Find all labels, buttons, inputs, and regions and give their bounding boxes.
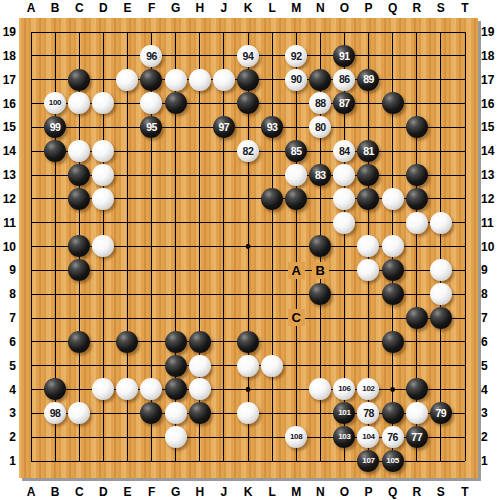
black-stone-N10 <box>309 235 331 257</box>
intersection-M17: 90 <box>284 68 308 92</box>
white-stone-R11 <box>406 212 428 234</box>
white-stone-F16 <box>140 92 162 114</box>
col-label-top-E: E <box>123 1 131 15</box>
intersection-P12 <box>356 187 380 211</box>
black-stone-Q6 <box>382 331 404 353</box>
black-stone-P14: 81 <box>357 140 379 162</box>
intersection-D4 <box>91 378 115 402</box>
move-number-92: 92 <box>291 51 302 62</box>
col-label-top-Q: Q <box>388 1 397 15</box>
intersection-F4 <box>139 378 163 402</box>
move-number-102: 102 <box>362 385 374 393</box>
intersection-O16: 87 <box>332 92 356 116</box>
intersection-M14: 85 <box>284 139 308 163</box>
intersection-S11 <box>429 211 453 235</box>
intersection-L5 <box>260 354 284 378</box>
intersection-O13 <box>332 163 356 187</box>
intersection-P14: 81 <box>356 139 380 163</box>
col-label-bottom-P: P <box>365 485 373 499</box>
intersection-S7 <box>429 306 453 330</box>
black-stone-R13 <box>406 164 428 186</box>
row-label-right-16: 16 <box>481 97 500 111</box>
col-label-top-D: D <box>99 1 108 15</box>
row-label-left-3: 3 <box>0 406 16 420</box>
white-stone-H5 <box>189 355 211 377</box>
white-stone-M2: 108 <box>285 426 307 448</box>
black-stone-K6 <box>237 331 259 353</box>
black-stone-Q16 <box>382 92 404 114</box>
move-number-93: 93 <box>267 122 278 133</box>
black-stone-C17 <box>68 69 90 91</box>
black-stone-M12 <box>285 188 307 210</box>
white-stone-G3 <box>165 402 187 424</box>
row-label-right-18: 18 <box>481 49 500 63</box>
intersection-N10 <box>308 235 332 259</box>
row-label-right-10: 10 <box>481 240 500 254</box>
intersection-F16 <box>139 92 163 116</box>
move-number-88: 88 <box>315 98 326 109</box>
intersection-O17: 86 <box>332 68 356 92</box>
move-number-91: 91 <box>339 51 350 62</box>
intersection-B16: 100 <box>43 92 67 116</box>
row-label-left-8: 8 <box>0 287 16 301</box>
intersection-S9 <box>429 258 453 282</box>
intersection-P17: 89 <box>356 68 380 92</box>
intersection-Q10 <box>381 235 405 259</box>
intersection-D12 <box>91 187 115 211</box>
col-label-bottom-R: R <box>412 485 421 499</box>
white-stone-F4 <box>140 378 162 400</box>
black-stone-F15: 95 <box>140 116 162 138</box>
row-label-left-16: 16 <box>0 97 16 111</box>
intersection-N13: 83 <box>308 163 332 187</box>
col-label-bottom-O: O <box>340 485 349 499</box>
intersection-F17 <box>139 68 163 92</box>
move-number-80: 80 <box>315 122 326 133</box>
row-label-left-9: 9 <box>0 263 16 277</box>
intersection-P4: 102 <box>356 378 380 402</box>
move-number-101: 101 <box>338 409 350 417</box>
board-letter-B: B <box>312 262 329 279</box>
black-stone-F17 <box>140 69 162 91</box>
white-stone-K5 <box>237 355 259 377</box>
intersection-M18: 92 <box>284 44 308 68</box>
intersection-R7 <box>405 306 429 330</box>
intersection-R4 <box>405 378 429 402</box>
row-label-right-4: 4 <box>481 383 500 397</box>
intersection-R11 <box>405 211 429 235</box>
row-label-left-13: 13 <box>0 168 16 182</box>
col-label-bottom-K: K <box>244 485 253 499</box>
intersection-H6 <box>188 330 212 354</box>
white-stone-K14: 82 <box>237 140 259 162</box>
black-stone-G16 <box>165 92 187 114</box>
white-stone-D16 <box>92 92 114 114</box>
intersection-P10 <box>356 235 380 259</box>
black-stone-K16 <box>237 92 259 114</box>
black-stone-R4 <box>406 378 428 400</box>
row-label-left-12: 12 <box>0 192 16 206</box>
intersection-N15: 80 <box>308 115 332 139</box>
move-number-82: 82 <box>243 146 254 157</box>
intersection-M12 <box>284 187 308 211</box>
col-label-bottom-T: T <box>461 485 468 499</box>
white-stone-L5 <box>261 355 283 377</box>
intersection-P13 <box>356 163 380 187</box>
black-stone-N17 <box>309 69 331 91</box>
move-number-77: 77 <box>411 432 422 443</box>
col-label-top-P: P <box>365 1 373 15</box>
row-label-right-9: 9 <box>481 263 500 277</box>
intersection-D14 <box>91 139 115 163</box>
black-stone-Q3 <box>382 402 404 424</box>
intersection-K6 <box>236 330 260 354</box>
col-label-bottom-E: E <box>123 485 131 499</box>
white-stone-D13 <box>92 164 114 186</box>
move-number-84: 84 <box>339 146 350 157</box>
row-label-right-7: 7 <box>481 311 500 325</box>
intersection-O14: 84 <box>332 139 356 163</box>
intersection-O11 <box>332 211 356 235</box>
white-stone-S9 <box>430 259 452 281</box>
intersection-Q9 <box>381 258 405 282</box>
intersection-K5 <box>236 354 260 378</box>
intersection-E6 <box>115 330 139 354</box>
black-stone-G4 <box>165 378 187 400</box>
move-number-99: 99 <box>50 122 61 133</box>
intersection-B15: 99 <box>43 115 67 139</box>
white-stone-P4: 102 <box>357 378 379 400</box>
intersection-K18: 94 <box>236 44 260 68</box>
intersection-O12 <box>332 187 356 211</box>
move-number-108: 108 <box>290 433 302 441</box>
col-label-top-L: L <box>268 1 275 15</box>
white-stone-O17: 86 <box>333 69 355 91</box>
white-stone-F18: 96 <box>140 45 162 67</box>
move-number-85: 85 <box>291 146 302 157</box>
black-stone-P12 <box>357 188 379 210</box>
col-label-top-T: T <box>461 1 468 15</box>
white-stone-M17: 90 <box>285 69 307 91</box>
row-label-left-17: 17 <box>0 73 16 87</box>
intersection-M2: 108 <box>284 425 308 449</box>
col-label-top-M: M <box>291 1 301 15</box>
intersection-N16: 88 <box>308 92 332 116</box>
black-stone-P17: 89 <box>357 69 379 91</box>
intersection-C14 <box>67 139 91 163</box>
intersection-G2 <box>164 425 188 449</box>
white-stone-Q2: 76 <box>382 426 404 448</box>
black-stone-G6 <box>165 331 187 353</box>
row-label-left-7: 7 <box>0 311 16 325</box>
intersection-P1: 107 <box>356 449 380 473</box>
col-label-top-S: S <box>437 1 445 15</box>
black-stone-H6 <box>189 331 211 353</box>
black-stone-L15: 93 <box>261 116 283 138</box>
col-label-bottom-Q: Q <box>388 485 397 499</box>
white-stone-P3: 78 <box>357 402 379 424</box>
white-stone-E4 <box>116 378 138 400</box>
white-stone-N15: 80 <box>309 116 331 138</box>
intersection-Q12 <box>381 187 405 211</box>
intersection-C3 <box>67 401 91 425</box>
white-stone-Q10 <box>382 235 404 257</box>
intersection-D16 <box>91 92 115 116</box>
move-number-86: 86 <box>339 74 350 85</box>
intersection-Q3 <box>381 401 405 425</box>
col-label-bottom-F: F <box>148 485 155 499</box>
black-stone-S7 <box>430 307 452 329</box>
black-stone-O16: 87 <box>333 92 355 114</box>
col-label-bottom-B: B <box>51 485 60 499</box>
black-stone-O2: 103 <box>333 426 355 448</box>
col-label-bottom-G: G <box>171 485 180 499</box>
black-stone-N8 <box>309 283 331 305</box>
col-label-bottom-L: L <box>268 485 275 499</box>
row-label-left-2: 2 <box>0 430 16 444</box>
move-number-76: 76 <box>387 432 398 443</box>
col-label-top-A: A <box>27 1 36 15</box>
intersection-M13 <box>284 163 308 187</box>
black-stone-B14 <box>44 140 66 162</box>
intersection-H17 <box>188 68 212 92</box>
white-stone-H4 <box>189 378 211 400</box>
black-stone-F3 <box>140 402 162 424</box>
intersection-B3: 98 <box>43 401 67 425</box>
col-label-top-K: K <box>244 1 253 15</box>
intersection-P2: 104 <box>356 425 380 449</box>
col-label-top-H: H <box>195 1 204 15</box>
col-label-top-B: B <box>51 1 60 15</box>
intersection-B14 <box>43 139 67 163</box>
row-label-right-5: 5 <box>481 359 500 373</box>
move-number-79: 79 <box>435 408 446 419</box>
black-stone-C13 <box>68 164 90 186</box>
white-stone-B16: 100 <box>44 92 66 114</box>
white-stone-P10 <box>357 235 379 257</box>
white-stone-N16: 88 <box>309 92 331 114</box>
intersection-P3: 78 <box>356 401 380 425</box>
black-stone-J15: 97 <box>213 116 235 138</box>
black-stone-C12 <box>68 188 90 210</box>
row-label-left-19: 19 <box>0 25 16 39</box>
col-label-top-O: O <box>340 1 349 15</box>
black-stone-S3: 79 <box>430 402 452 424</box>
col-label-top-C: C <box>75 1 84 15</box>
intersection-Q16 <box>381 92 405 116</box>
black-stone-R7 <box>406 307 428 329</box>
intersection-N8 <box>308 282 332 306</box>
intersection-Q2: 76 <box>381 425 405 449</box>
black-stone-Q8 <box>382 283 404 305</box>
white-stone-K3 <box>237 402 259 424</box>
row-label-right-2: 2 <box>481 430 500 444</box>
black-stone-Q1: 105 <box>382 450 404 472</box>
intersection-J15: 97 <box>212 115 236 139</box>
black-stone-M14: 85 <box>285 140 307 162</box>
intersection-H5 <box>188 354 212 378</box>
annotation-cell-M9: A <box>284 258 308 282</box>
white-stone-G2 <box>165 426 187 448</box>
black-stone-N13: 83 <box>309 164 331 186</box>
intersection-B4 <box>43 378 67 402</box>
intersection-Q8 <box>381 282 405 306</box>
col-label-top-F: F <box>148 1 155 15</box>
intersection-C12 <box>67 187 91 211</box>
intersection-K14: 82 <box>236 139 260 163</box>
intersection-C13 <box>67 163 91 187</box>
black-stone-C9 <box>68 259 90 281</box>
row-label-right-6: 6 <box>481 335 500 349</box>
intersection-Q6 <box>381 330 405 354</box>
intersection-F18: 96 <box>139 44 163 68</box>
col-label-bottom-C: C <box>75 485 84 499</box>
intersection-H4 <box>188 378 212 402</box>
move-number-87: 87 <box>339 98 350 109</box>
white-stone-C16 <box>68 92 90 114</box>
black-stone-K17 <box>237 69 259 91</box>
black-stone-B4 <box>44 378 66 400</box>
move-number-83: 83 <box>315 170 326 181</box>
white-stone-S11 <box>430 212 452 234</box>
move-number-98: 98 <box>50 408 61 419</box>
col-label-bottom-N: N <box>316 485 325 499</box>
move-number-105: 105 <box>386 457 398 465</box>
move-number-96: 96 <box>146 51 157 62</box>
intersection-C10 <box>67 235 91 259</box>
row-label-left-10: 10 <box>0 240 16 254</box>
white-stone-D10 <box>92 235 114 257</box>
white-stone-G17 <box>165 69 187 91</box>
intersection-D13 <box>91 163 115 187</box>
col-label-bottom-A: A <box>27 485 36 499</box>
move-number-106: 106 <box>338 385 350 393</box>
row-label-right-8: 8 <box>481 287 500 301</box>
move-number-100: 100 <box>49 99 61 107</box>
black-stone-C10 <box>68 235 90 257</box>
intersection-O18: 91 <box>332 44 356 68</box>
intersection-G17 <box>164 68 188 92</box>
col-label-bottom-S: S <box>437 485 445 499</box>
black-stone-Q9 <box>382 259 404 281</box>
white-stone-C3 <box>68 402 90 424</box>
move-number-81: 81 <box>363 146 374 157</box>
col-label-top-J: J <box>221 1 228 15</box>
intersection-O4: 106 <box>332 378 356 402</box>
row-label-right-1: 1 <box>481 454 500 468</box>
intersection-C9 <box>67 258 91 282</box>
white-stone-K18: 94 <box>237 45 259 67</box>
move-number-89: 89 <box>363 74 374 85</box>
col-label-top-N: N <box>316 1 325 15</box>
row-label-right-13: 13 <box>481 168 500 182</box>
annotation-cell-M7: C <box>284 306 308 330</box>
row-label-right-14: 14 <box>481 144 500 158</box>
intersection-S8 <box>429 282 453 306</box>
white-stone-M13 <box>285 164 307 186</box>
white-stone-P9 <box>357 259 379 281</box>
white-stone-O11 <box>333 212 355 234</box>
row-label-left-15: 15 <box>0 120 16 134</box>
move-number-107: 107 <box>362 457 374 465</box>
intersection-R12 <box>405 187 429 211</box>
col-label-bottom-H: H <box>195 485 204 499</box>
go-kifu-diagram: AABBCCDDEEFFGGHHJJKKLLMMNNOOPPQQRRSSTT19… <box>0 0 500 500</box>
row-label-right-12: 12 <box>481 192 500 206</box>
white-stone-O13 <box>333 164 355 186</box>
move-number-94: 94 <box>243 51 254 62</box>
black-stone-C6 <box>68 331 90 353</box>
row-label-left-18: 18 <box>0 49 16 63</box>
intersection-J17 <box>212 68 236 92</box>
intersection-C17 <box>67 68 91 92</box>
intersection-G5 <box>164 354 188 378</box>
intersection-O3: 101 <box>332 401 356 425</box>
intersection-N4 <box>308 378 332 402</box>
black-stone-H3 <box>189 402 211 424</box>
row-label-right-19: 19 <box>481 25 500 39</box>
white-stone-O4: 106 <box>333 378 355 400</box>
row-label-left-14: 14 <box>0 144 16 158</box>
white-stone-B3: 98 <box>44 402 66 424</box>
black-stone-R15 <box>406 116 428 138</box>
row-label-right-15: 15 <box>481 120 500 134</box>
intersection-C6 <box>67 330 91 354</box>
intersection-R15 <box>405 115 429 139</box>
intersection-C16 <box>67 92 91 116</box>
black-stone-R2: 77 <box>406 426 428 448</box>
intersection-K3 <box>236 401 260 425</box>
annotation-cell-N9: B <box>308 258 332 282</box>
intersection-D10 <box>91 235 115 259</box>
intersection-L12 <box>260 187 284 211</box>
move-number-78: 78 <box>363 408 374 419</box>
white-stone-D14 <box>92 140 114 162</box>
move-number-103: 103 <box>338 433 350 441</box>
col-label-bottom-J: J <box>221 485 228 499</box>
intersection-G4 <box>164 378 188 402</box>
intersection-G16 <box>164 92 188 116</box>
white-stone-O14: 84 <box>333 140 355 162</box>
move-number-97: 97 <box>218 122 229 133</box>
row-label-left-4: 4 <box>0 383 16 397</box>
intersection-G6 <box>164 330 188 354</box>
row-label-left-5: 5 <box>0 359 16 373</box>
black-stone-P13 <box>357 164 379 186</box>
board-letter-C: C <box>288 309 305 326</box>
black-stone-E6 <box>116 331 138 353</box>
white-stone-O12 <box>333 188 355 210</box>
white-stone-R3 <box>406 402 428 424</box>
row-label-left-11: 11 <box>0 216 16 230</box>
white-stone-C14 <box>68 140 90 162</box>
white-stone-P2: 104 <box>357 426 379 448</box>
black-stone-O3: 101 <box>333 402 355 424</box>
white-stone-M18: 92 <box>285 45 307 67</box>
col-label-bottom-M: M <box>291 485 301 499</box>
intersection-S3: 79 <box>429 401 453 425</box>
row-label-left-6: 6 <box>0 335 16 349</box>
intersection-L15: 93 <box>260 115 284 139</box>
black-stone-L12 <box>261 188 283 210</box>
white-stone-S8 <box>430 283 452 305</box>
col-label-top-G: G <box>171 1 180 15</box>
white-stone-Q12 <box>382 188 404 210</box>
white-stone-D12 <box>92 188 114 210</box>
move-number-95: 95 <box>146 122 157 133</box>
intersection-R3 <box>405 401 429 425</box>
intersection-H3 <box>188 401 212 425</box>
